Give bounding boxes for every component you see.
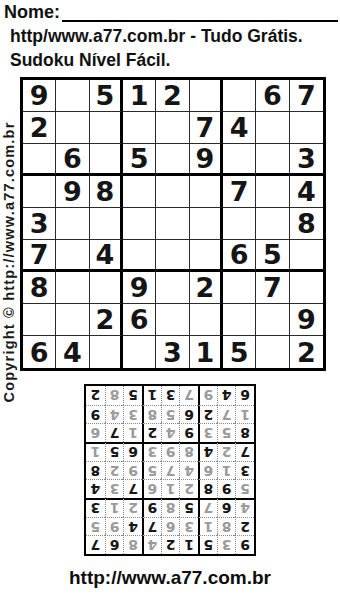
sol-cell-r1c2: 3	[217, 535, 236, 554]
sol-cell-r7c3: 3	[198, 423, 217, 442]
sol-cell-r3c3: 7	[198, 498, 217, 517]
sol-cell-r7c2: 5	[217, 423, 236, 442]
cell-r5c6[interactable]	[190, 208, 223, 240]
cell-r3c9[interactable]: 3	[290, 144, 323, 176]
sol-cell-r2c8: 9	[105, 517, 124, 536]
cell-r9c4[interactable]	[123, 336, 156, 368]
cell-r7c8[interactable]: 7	[256, 272, 289, 304]
cell-r8c4[interactable]: 6	[123, 304, 156, 336]
cell-r7c1[interactable]: 8	[23, 272, 56, 304]
cell-r9c8[interactable]	[256, 336, 289, 368]
sol-cell-r6c6: 3	[142, 442, 161, 461]
sol-cell-r6c8: 5	[105, 442, 124, 461]
sol-cell-r7c7: 1	[123, 423, 142, 442]
puzzle-title: Sudoku Nível Fácil.	[10, 50, 170, 71]
sol-cell-r8c5: 5	[161, 405, 180, 424]
sol-cell-r1c1: 9	[235, 535, 254, 554]
sol-cell-r5c9: 8	[86, 461, 105, 480]
cell-r8c6[interactable]	[190, 304, 223, 336]
cell-r3c4[interactable]: 5	[123, 144, 156, 176]
cell-r8c5[interactable]	[156, 304, 189, 336]
cell-r6c1[interactable]: 7	[23, 240, 56, 272]
sol-cell-r5c6: 5	[142, 461, 161, 480]
sol-cell-r7c8: 7	[105, 423, 124, 442]
cell-r3c3[interactable]	[90, 144, 123, 176]
cell-r6c7[interactable]: 6	[223, 240, 256, 272]
sol-cell-r9c3: 9	[198, 386, 217, 405]
sol-cell-r7c9: 6	[86, 423, 105, 442]
sol-cell-r5c1: 3	[235, 461, 254, 480]
sol-cell-r3c8: 1	[105, 498, 124, 517]
cell-r8c8[interactable]	[256, 304, 289, 336]
cell-r3c7[interactable]	[223, 144, 256, 176]
sol-cell-r9c6: 1	[142, 386, 161, 405]
cell-r4c1[interactable]	[23, 176, 56, 208]
sol-cell-r2c4: 3	[179, 517, 198, 536]
cell-r2c9[interactable]	[290, 112, 323, 144]
sudoku-printable-page: Nome: http/www.a77.com.br - Tudo Grátis.…	[0, 0, 340, 596]
cell-r4c3[interactable]: 8	[90, 176, 123, 208]
cell-r2c8[interactable]	[256, 112, 289, 144]
sol-cell-r2c9: 5	[86, 517, 105, 536]
cell-r8c3[interactable]: 2	[90, 304, 123, 336]
cell-r5c2[interactable]	[56, 208, 89, 240]
cell-r5c4[interactable]	[123, 208, 156, 240]
sol-cell-r3c2: 6	[217, 498, 236, 517]
cell-r2c5[interactable]	[156, 112, 189, 144]
sol-cell-r8c2: 7	[217, 405, 236, 424]
cell-r6c6[interactable]	[190, 240, 223, 272]
cell-r1c5[interactable]: 2	[156, 80, 189, 112]
cell-r2c1[interactable]: 2	[23, 112, 56, 144]
sol-cell-r9c7: 5	[123, 386, 142, 405]
cell-r1c6[interactable]	[190, 80, 223, 112]
sol-cell-r1c4: 1	[179, 535, 198, 554]
cell-r4c7[interactable]: 7	[223, 176, 256, 208]
sol-cell-r6c7: 6	[123, 442, 142, 461]
sol-cell-r1c7: 8	[123, 535, 142, 554]
cell-r8c9[interactable]: 9	[290, 304, 323, 336]
sol-cell-r6c1: 7	[235, 442, 254, 461]
cell-r2c4[interactable]	[123, 112, 156, 144]
sol-cell-r3c5: 8	[161, 498, 180, 517]
cell-r9c6[interactable]: 1	[190, 336, 223, 368]
sol-cell-r1c3: 5	[198, 535, 217, 554]
cell-r1c4[interactable]: 1	[123, 80, 156, 112]
cell-r9c5[interactable]: 3	[156, 336, 189, 368]
sol-cell-r2c3: 1	[198, 517, 217, 536]
sol-cell-r5c8: 2	[105, 461, 124, 480]
cell-r2c2[interactable]	[56, 112, 89, 144]
sudoku-puzzle-grid: 951267274659398743874658927269643152	[20, 77, 326, 371]
sol-cell-r8c4: 6	[179, 405, 198, 424]
cell-r2c7[interactable]: 4	[223, 112, 256, 144]
cell-r4c6[interactable]	[190, 176, 223, 208]
sol-cell-r9c8: 8	[105, 386, 124, 405]
cell-r2c6[interactable]: 7	[190, 112, 223, 144]
cell-r3c6[interactable]: 9	[190, 144, 223, 176]
sol-cell-r4c5: 1	[161, 479, 180, 498]
sol-cell-r6c9: 1	[86, 442, 105, 461]
cell-r1c8[interactable]: 6	[256, 80, 289, 112]
sol-cell-r8c7: 3	[123, 405, 142, 424]
sol-cell-r3c4: 5	[179, 498, 198, 517]
cell-r3c8[interactable]	[256, 144, 289, 176]
sol-cell-r6c3: 4	[198, 442, 217, 461]
sol-cell-r8c3: 2	[198, 405, 217, 424]
cell-r6c8[interactable]: 5	[256, 240, 289, 272]
cell-r3c1[interactable]	[23, 144, 56, 176]
cell-r7c4[interactable]: 9	[123, 272, 156, 304]
cell-r6c3[interactable]: 4	[90, 240, 123, 272]
sol-cell-r9c4: 7	[179, 386, 198, 405]
sol-cell-r7c5: 4	[161, 423, 180, 442]
sol-cell-r3c7: 2	[123, 498, 142, 517]
sol-cell-r7c6: 2	[142, 423, 161, 442]
sol-cell-r4c6: 6	[142, 479, 161, 498]
name-blank-line	[62, 2, 338, 22]
sol-cell-r3c9: 3	[86, 498, 105, 517]
sol-cell-r5c2: 1	[217, 461, 236, 480]
cell-r1c3[interactable]: 5	[90, 80, 123, 112]
cell-r6c9[interactable]	[290, 240, 323, 272]
sol-cell-r8c6: 8	[142, 405, 161, 424]
sol-cell-r7c1: 8	[235, 423, 254, 442]
sol-cell-r8c1: 1	[235, 405, 254, 424]
sol-cell-r9c5: 3	[161, 386, 180, 405]
cell-r8c7[interactable]	[223, 304, 256, 336]
sol-cell-r4c7: 7	[123, 479, 142, 498]
cell-r6c2[interactable]	[56, 240, 89, 272]
site-header-text: http/www.a77.com.br - Tudo Grátis.	[10, 26, 303, 47]
cell-r4c8[interactable]	[256, 176, 289, 208]
sol-cell-r2c6: 7	[142, 517, 161, 536]
cell-r2c3[interactable]	[90, 112, 123, 144]
sol-cell-r5c7: 9	[123, 461, 142, 480]
cell-r7c9[interactable]	[290, 272, 323, 304]
cell-r7c3[interactable]	[90, 272, 123, 304]
sol-cell-r4c4: 2	[179, 479, 198, 498]
sol-cell-r1c8: 6	[105, 535, 124, 554]
cell-r1c9[interactable]: 7	[290, 80, 323, 112]
cell-r5c8[interactable]	[256, 208, 289, 240]
cell-r8c1[interactable]	[23, 304, 56, 336]
sol-cell-r4c1: 5	[235, 479, 254, 498]
sol-cell-r6c2: 2	[217, 442, 236, 461]
sol-cell-r2c7: 4	[123, 517, 142, 536]
cell-r1c7[interactable]	[223, 80, 256, 112]
vertical-copyright-text: Copyright © http://www.a77.com.br	[1, 122, 17, 403]
sol-cell-r1c5: 2	[161, 535, 180, 554]
cell-r9c3[interactable]	[90, 336, 123, 368]
cell-r5c9[interactable]: 8	[290, 208, 323, 240]
cell-r3c5[interactable]	[156, 144, 189, 176]
cell-r9c1[interactable]: 6	[23, 336, 56, 368]
sudoku-solution-grid-upside-down: 9351248672813674954675892135982167343164…	[84, 384, 256, 556]
sol-cell-r1c6: 4	[142, 535, 161, 554]
footer-url-text: http://www.a77.com.br	[0, 567, 340, 589]
cell-r1c2[interactable]	[56, 80, 89, 112]
cell-r7c6[interactable]: 2	[190, 272, 223, 304]
sol-cell-r3c6: 9	[142, 498, 161, 517]
sol-cell-r6c5: 9	[161, 442, 180, 461]
cell-r9c7[interactable]: 5	[223, 336, 256, 368]
cell-r4c9[interactable]: 4	[290, 176, 323, 208]
sol-cell-r4c9: 4	[86, 479, 105, 498]
sol-cell-r8c8: 4	[105, 405, 124, 424]
cell-r5c1[interactable]: 3	[23, 208, 56, 240]
sol-cell-r7c4: 9	[179, 423, 198, 442]
cell-r7c5[interactable]	[156, 272, 189, 304]
cell-r6c5[interactable]	[156, 240, 189, 272]
sol-cell-r5c4: 4	[179, 461, 198, 480]
cell-r4c5[interactable]	[156, 176, 189, 208]
cell-r7c7[interactable]	[223, 272, 256, 304]
cell-r9c2[interactable]: 4	[56, 336, 89, 368]
sol-cell-r9c2: 4	[217, 386, 236, 405]
cell-r5c3[interactable]	[90, 208, 123, 240]
cell-r4c2[interactable]: 9	[56, 176, 89, 208]
cell-r6c4[interactable]	[123, 240, 156, 272]
sol-cell-r4c8: 3	[105, 479, 124, 498]
cell-r5c5[interactable]	[156, 208, 189, 240]
cell-r5c7[interactable]	[223, 208, 256, 240]
sol-cell-r4c2: 9	[217, 479, 236, 498]
sol-cell-r2c5: 6	[161, 517, 180, 536]
cell-r9c9[interactable]: 2	[290, 336, 323, 368]
cell-r3c2[interactable]: 6	[56, 144, 89, 176]
cell-r8c2[interactable]	[56, 304, 89, 336]
name-label: Nome:	[4, 2, 60, 22]
sol-cell-r9c9: 2	[86, 386, 105, 405]
sol-cell-r9c1: 6	[235, 386, 254, 405]
sol-cell-r2c2: 8	[217, 517, 236, 536]
name-row: Nome:	[4, 2, 338, 22]
sol-cell-r4c3: 8	[198, 479, 217, 498]
sol-cell-r5c3: 6	[198, 461, 217, 480]
cell-r1c1[interactable]: 9	[23, 80, 56, 112]
sol-cell-r2c1: 2	[235, 517, 254, 536]
cell-r4c4[interactable]	[123, 176, 156, 208]
cell-r7c2[interactable]	[56, 272, 89, 304]
sol-cell-r3c1: 4	[235, 498, 254, 517]
sol-cell-r6c4: 8	[179, 442, 198, 461]
sol-cell-r1c9: 7	[86, 535, 105, 554]
sol-cell-r5c5: 7	[161, 461, 180, 480]
sol-cell-r8c9: 9	[86, 405, 105, 424]
